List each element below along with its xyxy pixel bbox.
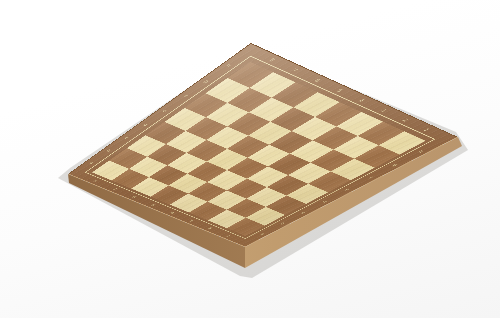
rank-label-8-lower-left-edge: 8 [91, 178, 101, 183]
rank-label-3-upper-right-edge: 3 [377, 107, 390, 114]
file-label-f-lower-right-edge: f [365, 175, 377, 181]
rank-label-6-lower-left-edge: 6 [129, 195, 139, 200]
rank-label-2-upper-right-edge: 2 [399, 117, 412, 124]
rank-label-6-upper-right-edge: 6 [311, 77, 324, 84]
rank-label-4-lower-left-edge: 4 [167, 210, 177, 215]
file-label-d-lower-right-edge: d [319, 199, 330, 204]
rank-label-2-lower-left-edge: 2 [205, 226, 215, 231]
file-label-a-lower-right-edge: a [257, 232, 267, 237]
rank-label-5-lower-left-edge: 5 [148, 202, 158, 207]
rank-label-3-lower-left-edge: 3 [186, 218, 196, 223]
rank-label-8-upper-right-edge: 8 [266, 56, 279, 63]
rank-label-7-upper-right-edge: 7 [289, 66, 302, 73]
rank-label-1-lower-left-edge: 1 [224, 234, 234, 239]
file-label-b-lower-right-edge: b [277, 221, 287, 226]
chessboard-top-face: 8877665544332211hhggffeeddccbbaa [68, 43, 458, 247]
rank-label-4-upper-right-edge: 4 [356, 97, 369, 104]
rank-label-1-upper-right-edge: 1 [421, 126, 434, 132]
rank-label-7-lower-left-edge: 7 [110, 187, 120, 192]
file-label-h-lower-right-edge: h [415, 148, 428, 154]
product-photo-scene: 8877665544332211hhggffeeddccbbaa [0, 0, 500, 318]
file-label-c-lower-right-edge: c [298, 210, 309, 215]
rank-label-5-upper-right-edge: 5 [334, 87, 347, 94]
file-label-e-lower-right-edge: e [342, 187, 353, 192]
file-label-g-lower-right-edge: g [389, 162, 401, 168]
